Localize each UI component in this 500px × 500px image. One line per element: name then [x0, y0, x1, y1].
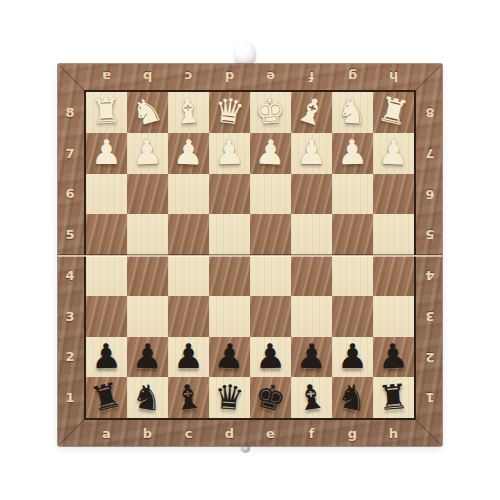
square-g5[interactable]	[332, 214, 373, 255]
square-c1[interactable]: ♝	[168, 377, 209, 418]
piece-white-pawn[interactable]: ♟	[131, 134, 163, 170]
miter-seam-top-left	[58, 64, 85, 91]
fold-line	[58, 254, 442, 257]
square-b2[interactable]: ♟	[127, 337, 168, 378]
square-e7[interactable]: ♟	[250, 133, 291, 174]
square-a5[interactable]	[86, 214, 127, 255]
piece-black-knight[interactable]: ♞	[334, 377, 370, 416]
piece-white-knight[interactable]: ♞	[336, 94, 368, 130]
piece-black-pawn[interactable]: ♟	[132, 338, 164, 373]
square-b6[interactable]	[127, 174, 168, 215]
square-b1[interactable]: ♞	[127, 377, 168, 418]
square-b4[interactable]	[127, 255, 168, 296]
rank-right-label-5: 5	[420, 214, 440, 255]
rank-right-label-6: 6	[420, 174, 440, 215]
square-c5[interactable]	[168, 214, 209, 255]
piece-black-king[interactable]: ♚	[252, 376, 290, 416]
square-c8[interactable]: ♝	[168, 92, 209, 133]
piece-white-knight[interactable]: ♞	[128, 91, 167, 132]
file-top-label-h: h	[373, 67, 414, 87]
square-h5[interactable]	[373, 214, 414, 255]
rank-right-label-2: 2	[420, 337, 440, 378]
square-g8[interactable]: ♞	[332, 92, 373, 133]
square-g7[interactable]: ♟	[332, 133, 373, 174]
rank-right-label-4: 4	[420, 255, 440, 296]
square-c4[interactable]	[168, 255, 209, 296]
square-b3[interactable]	[127, 296, 168, 337]
square-h6[interactable]	[373, 174, 414, 215]
file-top-label-a: a	[86, 67, 127, 87]
rank-right-label-8: 8	[420, 92, 440, 133]
square-d2[interactable]: ♟	[209, 337, 250, 378]
piece-black-queen[interactable]: ♛	[213, 379, 246, 415]
square-d4[interactable]	[209, 255, 250, 296]
file-bottom-label-h: h	[373, 423, 414, 443]
piece-white-rook[interactable]: ♜	[375, 91, 412, 131]
piece-black-pawn[interactable]: ♟	[377, 338, 409, 374]
piece-white-bishop[interactable]: ♝	[172, 93, 205, 130]
product-photo: abcdefgh abcdefgh 87654321 87654321 ♜♞♝♛…	[0, 0, 500, 500]
piece-white-bishop[interactable]: ♝	[292, 91, 331, 133]
piece-white-king[interactable]: ♚	[254, 93, 287, 129]
square-a8[interactable]: ♜	[86, 92, 127, 133]
file-top-label-d: d	[209, 67, 250, 87]
square-e8[interactable]: ♚	[250, 92, 291, 133]
piece-black-bishop[interactable]: ♝	[294, 378, 329, 416]
file-labels-top: abcdefgh	[86, 67, 414, 87]
square-h2[interactable]: ♟	[373, 337, 414, 378]
rank-right-label-7: 7	[420, 133, 440, 174]
piece-black-rook[interactable]: ♜	[87, 376, 125, 416]
square-a4[interactable]	[86, 255, 127, 296]
rank-left-label-2: 2	[60, 337, 80, 378]
square-a1[interactable]: ♜	[86, 377, 127, 418]
square-d6[interactable]	[209, 174, 250, 215]
file-bottom-label-c: c	[168, 423, 209, 443]
file-labels-bottom: abcdefgh	[86, 423, 414, 443]
square-c7[interactable]: ♟	[168, 133, 209, 174]
piece-black-pawn[interactable]: ♟	[337, 339, 367, 373]
piece-white-pawn[interactable]: ♟	[173, 135, 205, 170]
square-f8[interactable]: ♝	[291, 92, 332, 133]
file-bottom-label-e: e	[250, 423, 291, 443]
square-d8[interactable]: ♛	[209, 92, 250, 133]
rank-left-label-4: 4	[60, 255, 80, 296]
square-g4[interactable]	[332, 255, 373, 296]
file-top-label-b: b	[127, 67, 168, 87]
square-c3[interactable]	[168, 296, 209, 337]
file-bottom-label-g: g	[332, 423, 373, 443]
file-top-label-c: c	[168, 67, 209, 87]
file-top-label-e: e	[250, 67, 291, 87]
square-f2[interactable]: ♟	[291, 337, 332, 378]
piece-white-queen[interactable]: ♛	[212, 93, 246, 130]
piece-black-pawn[interactable]: ♟	[296, 338, 328, 373]
rank-left-label-5: 5	[60, 214, 80, 255]
piece-white-pawn[interactable]: ♟	[296, 135, 326, 169]
square-d3[interactable]	[209, 296, 250, 337]
square-h8[interactable]: ♜	[373, 92, 414, 133]
square-a6[interactable]	[86, 174, 127, 215]
piece-white-rook[interactable]: ♜	[90, 94, 122, 130]
file-bottom-label-f: f	[291, 423, 332, 443]
square-b5[interactable]	[127, 214, 168, 255]
square-e5[interactable]	[250, 214, 291, 255]
square-f4[interactable]	[291, 255, 332, 296]
miter-seam-top-right	[415, 64, 442, 91]
file-top-label-g: g	[332, 67, 373, 87]
file-bottom-label-d: d	[209, 423, 250, 443]
square-d7[interactable]: ♟	[209, 133, 250, 174]
piece-black-bishop[interactable]: ♝	[171, 378, 205, 415]
piece-white-pawn[interactable]: ♟	[91, 135, 121, 169]
square-a2[interactable]: ♟	[86, 337, 127, 378]
piece-white-pawn[interactable]: ♟	[254, 134, 286, 170]
square-g2[interactable]: ♟	[332, 337, 373, 378]
square-b7[interactable]: ♟	[127, 133, 168, 174]
piece-white-pawn[interactable]: ♟	[214, 135, 246, 170]
square-f6[interactable]	[291, 174, 332, 215]
square-e6[interactable]	[250, 174, 291, 215]
piece-white-pawn[interactable]: ♟	[337, 135, 369, 170]
square-f1[interactable]: ♝	[291, 377, 332, 418]
miter-seam-bottom-right	[415, 419, 442, 446]
square-e4[interactable]	[250, 255, 291, 296]
piece-black-knight[interactable]: ♞	[130, 377, 165, 415]
square-a7[interactable]: ♟	[86, 133, 127, 174]
piece-white-pawn[interactable]: ♟	[378, 135, 410, 170]
file-top-label-f: f	[291, 67, 332, 87]
rank-right-label-1: 1	[420, 377, 440, 418]
square-h1[interactable]: ♜	[373, 377, 414, 418]
rank-left-label-1: 1	[60, 377, 80, 418]
square-e1[interactable]: ♚	[250, 377, 291, 418]
square-g1[interactable]: ♞	[332, 377, 373, 418]
rank-left-label-6: 6	[60, 174, 80, 215]
piece-black-pawn[interactable]: ♟	[255, 338, 287, 373]
rank-left-label-7: 7	[60, 133, 80, 174]
square-b8[interactable]: ♞	[127, 92, 168, 133]
file-bottom-label-b: b	[127, 423, 168, 443]
piece-black-pawn[interactable]: ♟	[213, 338, 245, 374]
miter-seam-bottom-left	[58, 419, 85, 446]
piece-black-pawn[interactable]: ♟	[91, 338, 123, 373]
square-g6[interactable]	[332, 174, 373, 215]
square-d5[interactable]	[209, 214, 250, 255]
square-g3[interactable]	[332, 296, 373, 337]
square-h4[interactable]	[373, 255, 414, 296]
rank-right-label-3: 3	[420, 296, 440, 337]
square-c2[interactable]: ♟	[168, 337, 209, 378]
square-f5[interactable]	[291, 214, 332, 255]
square-a3[interactable]	[86, 296, 127, 337]
square-f3[interactable]	[291, 296, 332, 337]
piece-black-pawn[interactable]: ♟	[173, 339, 203, 373]
rank-left-label-8: 8	[60, 92, 80, 133]
square-h3[interactable]	[373, 296, 414, 337]
piece-black-rook[interactable]: ♜	[377, 378, 410, 415]
chess-board: abcdefgh abcdefgh 87654321 87654321 ♜♞♝♛…	[58, 64, 442, 446]
square-e2[interactable]: ♟	[250, 337, 291, 378]
square-h7[interactable]: ♟	[373, 133, 414, 174]
square-f7[interactable]: ♟	[291, 133, 332, 174]
latch-knob	[234, 41, 256, 66]
file-bottom-label-a: a	[86, 423, 127, 443]
square-e3[interactable]	[250, 296, 291, 337]
square-d1[interactable]: ♛	[209, 377, 250, 418]
rank-left-label-3: 3	[60, 296, 80, 337]
square-c6[interactable]	[168, 174, 209, 215]
